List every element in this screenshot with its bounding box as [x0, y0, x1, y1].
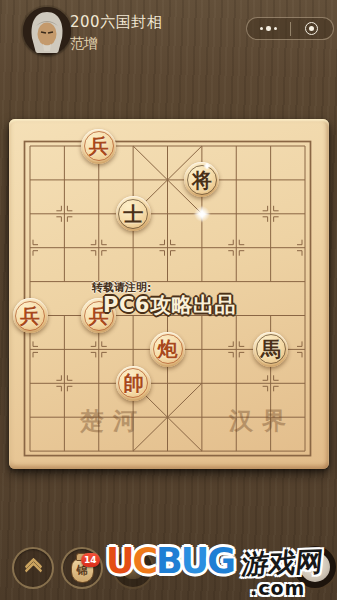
bag-icon: 锦 14 — [71, 558, 94, 583]
app-screen: 200六国封相 范增 楚河 汉界 兵将士兵兵炮馬帥 转载请注明: PC6攻略出品… — [0, 0, 337, 600]
xiangqi-board[interactable]: 楚河 汉界 — [9, 119, 329, 469]
avatar — [23, 7, 71, 55]
piece-red-兵[interactable]: 兵 — [81, 129, 116, 164]
avatar-portrait — [23, 7, 71, 55]
more-menu-button[interactable] — [247, 18, 290, 39]
miniprogram-capsule — [246, 17, 334, 40]
piece-red-炮[interactable]: 炮 — [150, 332, 185, 367]
page-title: 200六国封相 — [70, 13, 162, 32]
close-miniprogram-button[interactable] — [291, 18, 334, 39]
more-icon — [260, 27, 263, 30]
piece-black-馬[interactable]: 馬 — [253, 332, 288, 367]
collapse-button[interactable] — [12, 547, 54, 589]
board-grid — [9, 119, 329, 469]
obscured-button[interactable] — [112, 547, 154, 589]
hint-count-badge: 14 — [81, 553, 100, 567]
piece-red-帥[interactable]: 帥 — [116, 366, 151, 401]
home-circle-icon — [305, 22, 318, 35]
piece-black-士[interactable]: 士 — [116, 196, 151, 231]
obscured-icon — [123, 557, 143, 579]
hint-bag-button[interactable]: 锦 14 — [61, 547, 103, 589]
piece-red-兵[interactable]: 兵 — [13, 298, 48, 333]
header: 200六国封相 范增 — [0, 0, 337, 62]
bottom-right-button[interactable] — [292, 544, 337, 590]
opponent-name: 范增 — [70, 35, 98, 53]
obscured-right-icon — [300, 552, 330, 582]
